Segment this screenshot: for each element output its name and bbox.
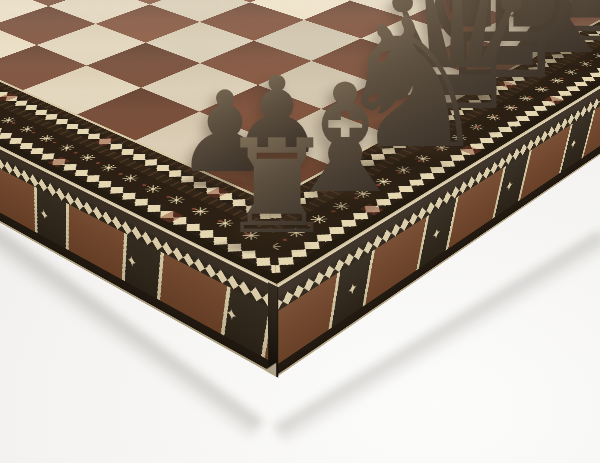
piece-b3-rook[interactable]: ♜ (212, 122, 342, 252)
photo-scene: ✳✳✳✳✳✳✳✳✳✳✳✳✳✳✳✳✳✳✳✳✳✳✳✳✳✳✳✳ ✦✦✦✦✦✦✦✦✦✦✦… (0, 0, 600, 463)
